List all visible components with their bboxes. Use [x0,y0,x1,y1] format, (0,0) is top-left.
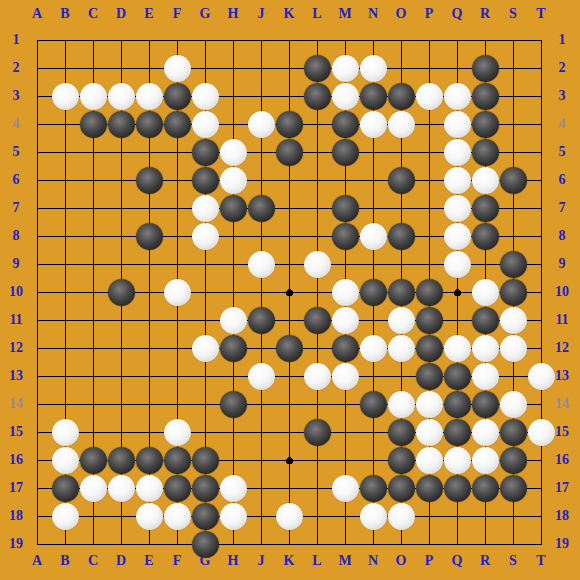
intersection-A16[interactable] [23,446,51,474]
intersection-M12[interactable] [331,334,359,362]
intersection-K6[interactable] [275,166,303,194]
intersection-H16[interactable] [219,446,247,474]
intersection-R12[interactable] [471,334,499,362]
intersection-H1[interactable] [219,26,247,54]
intersection-P13[interactable] [415,362,443,390]
intersection-B16[interactable] [51,446,79,474]
intersection-B10[interactable] [51,278,79,306]
intersection-O3[interactable] [387,82,415,110]
intersection-Q16[interactable] [443,446,471,474]
intersection-B6[interactable] [51,166,79,194]
intersection-J4[interactable] [247,110,275,138]
intersection-P3[interactable] [415,82,443,110]
intersection-N7[interactable] [359,194,387,222]
intersection-M6[interactable] [331,166,359,194]
intersection-A9[interactable] [23,250,51,278]
intersection-N8[interactable] [359,222,387,250]
intersection-A5[interactable] [23,138,51,166]
intersection-J2[interactable] [247,54,275,82]
intersection-A14[interactable] [23,390,51,418]
intersection-T13[interactable] [527,362,555,390]
intersection-A1[interactable] [23,26,51,54]
intersection-P19[interactable] [415,530,443,558]
intersection-G9[interactable] [191,250,219,278]
intersection-B14[interactable] [51,390,79,418]
intersection-H6[interactable] [219,166,247,194]
intersection-N10[interactable] [359,278,387,306]
intersection-M19[interactable] [331,530,359,558]
intersection-T11[interactable] [527,306,555,334]
intersection-C9[interactable] [79,250,107,278]
intersection-R5[interactable] [471,138,499,166]
intersection-K11[interactable] [275,306,303,334]
intersection-R19[interactable] [471,530,499,558]
intersection-A19[interactable] [23,530,51,558]
intersection-S2[interactable] [499,54,527,82]
intersection-F11[interactable] [163,306,191,334]
intersection-S4[interactable] [499,110,527,138]
intersection-M18[interactable] [331,502,359,530]
intersection-B8[interactable] [51,222,79,250]
intersection-L10[interactable] [303,278,331,306]
intersection-R7[interactable] [471,194,499,222]
intersection-A12[interactable] [23,334,51,362]
intersection-B17[interactable] [51,474,79,502]
intersection-N5[interactable] [359,138,387,166]
intersection-D10[interactable] [107,278,135,306]
intersection-G1[interactable] [191,26,219,54]
intersection-K17[interactable] [275,474,303,502]
intersection-T16[interactable] [527,446,555,474]
intersection-O15[interactable] [387,418,415,446]
intersection-E4[interactable] [135,110,163,138]
intersection-H14[interactable] [219,390,247,418]
intersection-C3[interactable] [79,82,107,110]
intersection-L12[interactable] [303,334,331,362]
intersection-F19[interactable] [163,530,191,558]
intersection-O2[interactable] [387,54,415,82]
intersection-A4[interactable] [23,110,51,138]
intersection-R10[interactable] [471,278,499,306]
intersection-G18[interactable] [191,502,219,530]
intersection-R6[interactable] [471,166,499,194]
intersection-O16[interactable] [387,446,415,474]
intersection-N1[interactable] [359,26,387,54]
intersection-L6[interactable] [303,166,331,194]
intersection-N4[interactable] [359,110,387,138]
intersection-A11[interactable] [23,306,51,334]
intersection-M13[interactable] [331,362,359,390]
intersection-S12[interactable] [499,334,527,362]
intersection-A13[interactable] [23,362,51,390]
intersection-J3[interactable] [247,82,275,110]
intersection-R3[interactable] [471,82,499,110]
intersection-M3[interactable] [331,82,359,110]
intersection-K9[interactable] [275,250,303,278]
intersection-C13[interactable] [79,362,107,390]
intersection-J9[interactable] [247,250,275,278]
intersection-F14[interactable] [163,390,191,418]
intersection-H3[interactable] [219,82,247,110]
intersection-C16[interactable] [79,446,107,474]
intersection-J5[interactable] [247,138,275,166]
intersection-R13[interactable] [471,362,499,390]
intersection-J7[interactable] [247,194,275,222]
intersection-P1[interactable] [415,26,443,54]
intersection-K10[interactable] [275,278,303,306]
intersection-M14[interactable] [331,390,359,418]
intersection-B9[interactable] [51,250,79,278]
intersection-O10[interactable] [387,278,415,306]
intersection-K4[interactable] [275,110,303,138]
intersection-S7[interactable] [499,194,527,222]
intersection-B5[interactable] [51,138,79,166]
intersection-A7[interactable] [23,194,51,222]
intersection-E11[interactable] [135,306,163,334]
intersection-H10[interactable] [219,278,247,306]
intersection-F10[interactable] [163,278,191,306]
intersection-J6[interactable] [247,166,275,194]
intersection-L14[interactable] [303,390,331,418]
intersection-G4[interactable] [191,110,219,138]
intersection-P14[interactable] [415,390,443,418]
intersection-L17[interactable] [303,474,331,502]
intersection-N16[interactable] [359,446,387,474]
intersection-R2[interactable] [471,54,499,82]
intersection-N12[interactable] [359,334,387,362]
intersection-J16[interactable] [247,446,275,474]
intersection-D13[interactable] [107,362,135,390]
intersection-C5[interactable] [79,138,107,166]
intersection-R8[interactable] [471,222,499,250]
intersection-M16[interactable] [331,446,359,474]
intersection-L13[interactable] [303,362,331,390]
intersection-S6[interactable] [499,166,527,194]
intersection-B11[interactable] [51,306,79,334]
intersection-H13[interactable] [219,362,247,390]
intersection-T4[interactable] [527,110,555,138]
intersection-Q14[interactable] [443,390,471,418]
intersection-G10[interactable] [191,278,219,306]
intersection-P11[interactable] [415,306,443,334]
intersection-S17[interactable] [499,474,527,502]
intersection-D16[interactable] [107,446,135,474]
intersection-M7[interactable] [331,194,359,222]
intersection-C17[interactable] [79,474,107,502]
intersection-L16[interactable] [303,446,331,474]
intersection-R17[interactable] [471,474,499,502]
intersection-K12[interactable] [275,334,303,362]
intersection-J12[interactable] [247,334,275,362]
intersection-N2[interactable] [359,54,387,82]
intersection-D15[interactable] [107,418,135,446]
intersection-S8[interactable] [499,222,527,250]
intersection-D2[interactable] [107,54,135,82]
intersection-R18[interactable] [471,502,499,530]
intersection-N19[interactable] [359,530,387,558]
intersection-A10[interactable] [23,278,51,306]
intersection-Q13[interactable] [443,362,471,390]
intersection-P6[interactable] [415,166,443,194]
intersection-G16[interactable] [191,446,219,474]
intersection-H11[interactable] [219,306,247,334]
intersection-D19[interactable] [107,530,135,558]
intersection-M9[interactable] [331,250,359,278]
intersection-N17[interactable] [359,474,387,502]
intersection-S5[interactable] [499,138,527,166]
intersection-M10[interactable] [331,278,359,306]
intersection-A17[interactable] [23,474,51,502]
intersection-J15[interactable] [247,418,275,446]
intersection-H15[interactable] [219,418,247,446]
intersection-P15[interactable] [415,418,443,446]
intersection-L4[interactable] [303,110,331,138]
intersection-C1[interactable] [79,26,107,54]
intersection-N9[interactable] [359,250,387,278]
intersection-C4[interactable] [79,110,107,138]
intersection-Q1[interactable] [443,26,471,54]
intersection-F16[interactable] [163,446,191,474]
intersection-G7[interactable] [191,194,219,222]
intersection-G19[interactable] [191,530,219,558]
intersection-C2[interactable] [79,54,107,82]
intersection-E19[interactable] [135,530,163,558]
intersection-Q5[interactable] [443,138,471,166]
intersection-A2[interactable] [23,54,51,82]
intersection-K16[interactable] [275,446,303,474]
intersection-N13[interactable] [359,362,387,390]
intersection-C18[interactable] [79,502,107,530]
intersection-S19[interactable] [499,530,527,558]
intersection-C15[interactable] [79,418,107,446]
intersection-T5[interactable] [527,138,555,166]
intersection-L11[interactable] [303,306,331,334]
intersection-S11[interactable] [499,306,527,334]
intersection-H12[interactable] [219,334,247,362]
intersection-F3[interactable] [163,82,191,110]
intersection-J19[interactable] [247,530,275,558]
intersection-O19[interactable] [387,530,415,558]
intersection-G5[interactable] [191,138,219,166]
intersection-H9[interactable] [219,250,247,278]
intersection-E7[interactable] [135,194,163,222]
intersection-P17[interactable] [415,474,443,502]
intersection-M5[interactable] [331,138,359,166]
intersection-E1[interactable] [135,26,163,54]
intersection-G17[interactable] [191,474,219,502]
intersection-M4[interactable] [331,110,359,138]
intersection-B2[interactable] [51,54,79,82]
intersection-L7[interactable] [303,194,331,222]
intersection-M11[interactable] [331,306,359,334]
intersection-B3[interactable] [51,82,79,110]
intersection-T7[interactable] [527,194,555,222]
intersection-G6[interactable] [191,166,219,194]
intersection-A3[interactable] [23,82,51,110]
intersection-K8[interactable] [275,222,303,250]
intersection-F4[interactable] [163,110,191,138]
intersection-B19[interactable] [51,530,79,558]
intersection-K5[interactable] [275,138,303,166]
intersection-C19[interactable] [79,530,107,558]
intersection-Q15[interactable] [443,418,471,446]
intersection-K15[interactable] [275,418,303,446]
intersection-S10[interactable] [499,278,527,306]
intersection-H17[interactable] [219,474,247,502]
intersection-D12[interactable] [107,334,135,362]
intersection-F12[interactable] [163,334,191,362]
intersection-B18[interactable] [51,502,79,530]
intersection-Q18[interactable] [443,502,471,530]
intersection-H19[interactable] [219,530,247,558]
intersection-Q12[interactable] [443,334,471,362]
intersection-D1[interactable] [107,26,135,54]
intersection-D17[interactable] [107,474,135,502]
intersection-F13[interactable] [163,362,191,390]
intersection-R15[interactable] [471,418,499,446]
intersection-O7[interactable] [387,194,415,222]
intersection-G11[interactable] [191,306,219,334]
intersection-F7[interactable] [163,194,191,222]
intersection-F9[interactable] [163,250,191,278]
intersection-E2[interactable] [135,54,163,82]
intersection-D6[interactable] [107,166,135,194]
intersection-O11[interactable] [387,306,415,334]
intersection-Q2[interactable] [443,54,471,82]
intersection-G14[interactable] [191,390,219,418]
intersection-L8[interactable] [303,222,331,250]
intersection-C12[interactable] [79,334,107,362]
intersection-S3[interactable] [499,82,527,110]
intersection-C7[interactable] [79,194,107,222]
intersection-C6[interactable] [79,166,107,194]
intersection-C8[interactable] [79,222,107,250]
intersection-N18[interactable] [359,502,387,530]
intersection-R11[interactable] [471,306,499,334]
intersection-F2[interactable] [163,54,191,82]
intersection-T9[interactable] [527,250,555,278]
intersection-D11[interactable] [107,306,135,334]
intersection-Q9[interactable] [443,250,471,278]
intersection-T17[interactable] [527,474,555,502]
intersection-C14[interactable] [79,390,107,418]
intersection-G15[interactable] [191,418,219,446]
intersection-T18[interactable] [527,502,555,530]
intersection-K13[interactable] [275,362,303,390]
intersection-B12[interactable] [51,334,79,362]
intersection-M17[interactable] [331,474,359,502]
intersection-C10[interactable] [79,278,107,306]
intersection-O18[interactable] [387,502,415,530]
intersection-C11[interactable] [79,306,107,334]
intersection-E14[interactable] [135,390,163,418]
intersection-E16[interactable] [135,446,163,474]
intersection-S14[interactable] [499,390,527,418]
intersection-L19[interactable] [303,530,331,558]
intersection-Q6[interactable] [443,166,471,194]
intersection-F8[interactable] [163,222,191,250]
intersection-J8[interactable] [247,222,275,250]
intersection-E12[interactable] [135,334,163,362]
intersection-O9[interactable] [387,250,415,278]
intersection-M1[interactable] [331,26,359,54]
intersection-Q8[interactable] [443,222,471,250]
intersection-K14[interactable] [275,390,303,418]
intersection-R14[interactable] [471,390,499,418]
intersection-F5[interactable] [163,138,191,166]
intersection-L3[interactable] [303,82,331,110]
intersection-J1[interactable] [247,26,275,54]
intersection-N15[interactable] [359,418,387,446]
intersection-E5[interactable] [135,138,163,166]
intersection-P16[interactable] [415,446,443,474]
intersection-J18[interactable] [247,502,275,530]
intersection-S16[interactable] [499,446,527,474]
intersection-T3[interactable] [527,82,555,110]
intersection-T8[interactable] [527,222,555,250]
intersection-L1[interactable] [303,26,331,54]
intersection-E10[interactable] [135,278,163,306]
intersection-A18[interactable] [23,502,51,530]
intersection-D3[interactable] [107,82,135,110]
intersection-D7[interactable] [107,194,135,222]
intersection-P9[interactable] [415,250,443,278]
intersection-O6[interactable] [387,166,415,194]
intersection-J10[interactable] [247,278,275,306]
intersection-N14[interactable] [359,390,387,418]
intersection-P7[interactable] [415,194,443,222]
intersection-Q11[interactable] [443,306,471,334]
intersection-L9[interactable] [303,250,331,278]
intersection-E17[interactable] [135,474,163,502]
intersection-J11[interactable] [247,306,275,334]
intersection-G13[interactable] [191,362,219,390]
intersection-R4[interactable] [471,110,499,138]
intersection-P4[interactable] [415,110,443,138]
intersection-H8[interactable] [219,222,247,250]
intersection-O17[interactable] [387,474,415,502]
intersection-E6[interactable] [135,166,163,194]
intersection-S13[interactable] [499,362,527,390]
intersection-K18[interactable] [275,502,303,530]
intersection-K19[interactable] [275,530,303,558]
intersection-T19[interactable] [527,530,555,558]
intersection-N3[interactable] [359,82,387,110]
intersection-M8[interactable] [331,222,359,250]
intersection-Q10[interactable] [443,278,471,306]
intersection-D9[interactable] [107,250,135,278]
intersection-A8[interactable] [23,222,51,250]
intersection-R16[interactable] [471,446,499,474]
intersection-B13[interactable] [51,362,79,390]
intersection-T6[interactable] [527,166,555,194]
intersection-T10[interactable] [527,278,555,306]
intersection-E9[interactable] [135,250,163,278]
intersection-T1[interactable] [527,26,555,54]
intersection-F15[interactable] [163,418,191,446]
intersection-F17[interactable] [163,474,191,502]
intersection-E13[interactable] [135,362,163,390]
intersection-A15[interactable] [23,418,51,446]
intersection-L5[interactable] [303,138,331,166]
intersection-O5[interactable] [387,138,415,166]
intersection-H18[interactable] [219,502,247,530]
intersection-L2[interactable] [303,54,331,82]
intersection-A6[interactable] [23,166,51,194]
intersection-E8[interactable] [135,222,163,250]
intersection-Q7[interactable] [443,194,471,222]
intersection-L15[interactable] [303,418,331,446]
